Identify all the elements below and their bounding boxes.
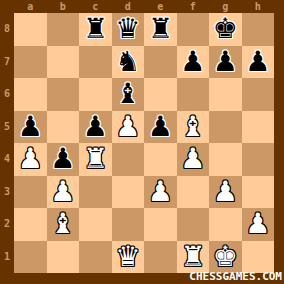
square-e5[interactable]: ♟ — [144, 111, 177, 144]
square-e2[interactable] — [144, 208, 177, 241]
piece-white-rook-c4: ♜ — [83, 143, 108, 176]
square-g3[interactable]: ♟ — [209, 176, 242, 209]
square-f1[interactable]: ♜ — [177, 241, 210, 274]
square-e7[interactable] — [144, 46, 177, 79]
square-h4[interactable] — [242, 143, 275, 176]
square-g2[interactable] — [209, 208, 242, 241]
piece-white-pawn-e3: ♟ — [148, 176, 173, 209]
piece-white-queen-d1: ♛ — [115, 241, 140, 274]
watermark: CHESSGAMES.COM — [189, 270, 282, 283]
square-g1[interactable]: ♚ — [209, 241, 242, 274]
chess-diagram: abcdefgh 87654321 ♜♛♜♚♞♟♟♟♝♟♟♟♟♝♟♟♜♟♟♟♟♝… — [0, 0, 284, 284]
square-g4[interactable] — [209, 143, 242, 176]
square-f2[interactable] — [177, 208, 210, 241]
rank-label-8: 8 — [0, 13, 14, 46]
piece-black-rook-c8: ♜ — [83, 13, 108, 46]
square-h1[interactable] — [242, 241, 275, 274]
piece-white-bishop-b2: ♝ — [50, 208, 75, 241]
piece-white-pawn-f4: ♟ — [180, 143, 205, 176]
square-c6[interactable] — [79, 78, 112, 111]
square-a1[interactable] — [14, 241, 47, 274]
square-b2[interactable]: ♝ — [47, 208, 80, 241]
square-f5[interactable]: ♝ — [177, 111, 210, 144]
square-d7[interactable]: ♞ — [112, 46, 145, 79]
square-b6[interactable] — [47, 78, 80, 111]
square-d5[interactable]: ♟ — [112, 111, 145, 144]
file-label-a: a — [14, 0, 47, 13]
rank-label-7: 7 — [0, 46, 14, 79]
piece-black-pawn-b4: ♟ — [50, 143, 75, 176]
square-d6[interactable]: ♝ — [112, 78, 145, 111]
square-a5[interactable]: ♟ — [14, 111, 47, 144]
square-g5[interactable] — [209, 111, 242, 144]
file-label-h: h — [242, 0, 275, 13]
piece-black-pawn-c5: ♟ — [83, 111, 108, 144]
piece-black-pawn-g7: ♟ — [213, 46, 238, 79]
square-f8[interactable] — [177, 13, 210, 46]
square-b3[interactable]: ♟ — [47, 176, 80, 209]
square-g7[interactable]: ♟ — [209, 46, 242, 79]
chess-board: ♜♛♜♚♞♟♟♟♝♟♟♟♟♝♟♟♜♟♟♟♟♝♟♛♜♚ — [14, 13, 274, 273]
file-label-b: b — [47, 0, 80, 13]
piece-black-rook-e8: ♜ — [148, 13, 173, 46]
square-e1[interactable] — [144, 241, 177, 274]
square-h3[interactable] — [242, 176, 275, 209]
square-a6[interactable] — [14, 78, 47, 111]
square-f6[interactable] — [177, 78, 210, 111]
square-h8[interactable] — [242, 13, 275, 46]
square-e3[interactable]: ♟ — [144, 176, 177, 209]
square-d4[interactable] — [112, 143, 145, 176]
square-h2[interactable]: ♟ — [242, 208, 275, 241]
square-b8[interactable] — [47, 13, 80, 46]
piece-black-pawn-h7: ♟ — [245, 46, 270, 79]
piece-black-pawn-a5: ♟ — [18, 111, 43, 144]
rank-label-6: 6 — [0, 78, 14, 111]
piece-white-bishop-f5: ♝ — [180, 111, 205, 144]
square-c3[interactable] — [79, 176, 112, 209]
square-c1[interactable] — [79, 241, 112, 274]
rank-labels: 87654321 — [0, 13, 14, 273]
square-c7[interactable] — [79, 46, 112, 79]
square-b1[interactable] — [47, 241, 80, 274]
square-b4[interactable]: ♟ — [47, 143, 80, 176]
piece-white-king-g1: ♚ — [213, 241, 238, 274]
piece-black-knight-d7: ♞ — [115, 46, 140, 79]
rank-label-3: 3 — [0, 176, 14, 209]
square-a8[interactable] — [14, 13, 47, 46]
square-g8[interactable]: ♚ — [209, 13, 242, 46]
square-d8[interactable]: ♛ — [112, 13, 145, 46]
square-a3[interactable] — [14, 176, 47, 209]
square-b5[interactable] — [47, 111, 80, 144]
square-f7[interactable]: ♟ — [177, 46, 210, 79]
square-c2[interactable] — [79, 208, 112, 241]
rank-label-4: 4 — [0, 143, 14, 176]
square-d1[interactable]: ♛ — [112, 241, 145, 274]
square-f4[interactable]: ♟ — [177, 143, 210, 176]
piece-white-pawn-b3: ♟ — [50, 176, 75, 209]
square-h6[interactable] — [242, 78, 275, 111]
piece-white-pawn-h2: ♟ — [245, 208, 270, 241]
rank-label-5: 5 — [0, 111, 14, 144]
piece-black-king-g8: ♚ — [213, 13, 238, 46]
piece-white-pawn-d5: ♟ — [115, 111, 140, 144]
piece-black-bishop-d6: ♝ — [115, 78, 140, 111]
square-d2[interactable] — [112, 208, 145, 241]
rank-label-1: 1 — [0, 241, 14, 274]
file-label-f: f — [177, 0, 210, 13]
square-a2[interactable] — [14, 208, 47, 241]
square-e4[interactable] — [144, 143, 177, 176]
square-c8[interactable]: ♜ — [79, 13, 112, 46]
square-g6[interactable] — [209, 78, 242, 111]
rank-label-2: 2 — [0, 208, 14, 241]
piece-white-rook-f1: ♜ — [180, 241, 205, 274]
piece-black-pawn-f7: ♟ — [180, 46, 205, 79]
square-c5[interactable]: ♟ — [79, 111, 112, 144]
piece-white-pawn-g3: ♟ — [213, 176, 238, 209]
square-a4[interactable]: ♟ — [14, 143, 47, 176]
square-h5[interactable] — [242, 111, 275, 144]
square-c4[interactable]: ♜ — [79, 143, 112, 176]
square-h7[interactable]: ♟ — [242, 46, 275, 79]
piece-black-pawn-e5: ♟ — [148, 111, 173, 144]
piece-black-queen-d8: ♛ — [115, 13, 140, 46]
piece-white-pawn-a4: ♟ — [18, 143, 43, 176]
square-e6[interactable] — [144, 78, 177, 111]
square-b7[interactable] — [47, 46, 80, 79]
square-a7[interactable] — [14, 46, 47, 79]
square-d3[interactable] — [112, 176, 145, 209]
square-f3[interactable] — [177, 176, 210, 209]
square-e8[interactable]: ♜ — [144, 13, 177, 46]
